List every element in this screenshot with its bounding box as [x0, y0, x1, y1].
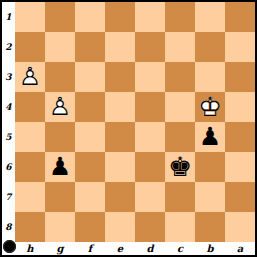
file-labels: h g f e d c b a: [15, 242, 255, 255]
rank-label-7: 7: [2, 182, 15, 212]
square-g2[interactable]: [45, 32, 75, 62]
square-c4[interactable]: [165, 92, 195, 122]
square-e6[interactable]: [105, 152, 135, 182]
square-h7[interactable]: [15, 182, 45, 212]
rank-label-1: 1: [2, 2, 15, 32]
square-c7[interactable]: [165, 182, 195, 212]
square-f4[interactable]: [75, 92, 105, 122]
square-b7[interactable]: [195, 182, 225, 212]
file-label-d: d: [135, 242, 165, 255]
black-king-glyph: ♚: [165, 152, 195, 182]
square-h3[interactable]: ♟♙: [15, 62, 45, 92]
square-b4[interactable]: ♚♔: [195, 92, 225, 122]
square-a4[interactable]: [225, 92, 255, 122]
rank-labels: 1 2 3 4 5 6 7 8: [2, 2, 15, 242]
square-a6[interactable]: [225, 152, 255, 182]
white-king[interactable]: ♚♔: [195, 92, 225, 122]
white-pawn[interactable]: ♟♙: [15, 62, 45, 92]
square-b8[interactable]: [195, 212, 225, 242]
square-h2[interactable]: [15, 32, 45, 62]
file-label-a: a: [225, 242, 255, 255]
square-h8[interactable]: [15, 212, 45, 242]
square-d7[interactable]: [135, 182, 165, 212]
black-pawn-glyph: ♟: [45, 152, 75, 182]
square-g8[interactable]: [45, 212, 75, 242]
square-a7[interactable]: [225, 182, 255, 212]
rank-label-2: 2: [2, 32, 15, 62]
rank-label-4: 4: [2, 92, 15, 122]
rank-label-5: 5: [2, 122, 15, 152]
square-c2[interactable]: [165, 32, 195, 62]
chess-diagram: 1 2 3 4 5 6 7 8 ♟♙♟♙♚♔♟♟♚ h g f e d c b …: [0, 0, 257, 257]
square-e4[interactable]: [105, 92, 135, 122]
black-pawn[interactable]: ♟: [45, 152, 75, 182]
square-e3[interactable]: [105, 62, 135, 92]
square-h4[interactable]: [15, 92, 45, 122]
black-pawn-glyph: ♟: [195, 122, 225, 152]
file-label-c: c: [165, 242, 195, 255]
square-h6[interactable]: [15, 152, 45, 182]
white-king-outline: ♔: [195, 92, 225, 122]
square-e7[interactable]: [105, 182, 135, 212]
square-h1[interactable]: [15, 2, 45, 32]
square-d8[interactable]: [135, 212, 165, 242]
square-c8[interactable]: [165, 212, 195, 242]
board: ♟♙♟♙♚♔♟♟♚: [15, 2, 255, 242]
square-e5[interactable]: [105, 122, 135, 152]
square-f2[interactable]: [75, 32, 105, 62]
square-h5[interactable]: [15, 122, 45, 152]
square-e2[interactable]: [105, 32, 135, 62]
square-g1[interactable]: [45, 2, 75, 32]
square-a1[interactable]: [225, 2, 255, 32]
square-g3[interactable]: [45, 62, 75, 92]
black-king[interactable]: ♚: [165, 152, 195, 182]
square-d5[interactable]: [135, 122, 165, 152]
square-f6[interactable]: [75, 152, 105, 182]
black-pawn[interactable]: ♟: [195, 122, 225, 152]
file-label-e: e: [105, 242, 135, 255]
square-g6[interactable]: ♟: [45, 152, 75, 182]
file-label-g: g: [45, 242, 75, 255]
rank-label-3: 3: [2, 62, 15, 92]
file-label-f: f: [75, 242, 105, 255]
square-f5[interactable]: [75, 122, 105, 152]
square-d4[interactable]: [135, 92, 165, 122]
square-a8[interactable]: [225, 212, 255, 242]
square-g5[interactable]: [45, 122, 75, 152]
square-g4[interactable]: ♟♙: [45, 92, 75, 122]
square-f8[interactable]: [75, 212, 105, 242]
square-d1[interactable]: [135, 2, 165, 32]
square-a3[interactable]: [225, 62, 255, 92]
rank-label-8: 8: [2, 212, 15, 242]
square-f3[interactable]: [75, 62, 105, 92]
square-d6[interactable]: [135, 152, 165, 182]
square-a2[interactable]: [225, 32, 255, 62]
file-label-h: h: [15, 242, 45, 255]
white-pawn[interactable]: ♟♙: [45, 92, 75, 122]
square-b6[interactable]: [195, 152, 225, 182]
square-d2[interactable]: [135, 32, 165, 62]
white-pawn-outline: ♙: [45, 92, 75, 122]
square-c5[interactable]: [165, 122, 195, 152]
square-e1[interactable]: [105, 2, 135, 32]
rank-label-6: 6: [2, 152, 15, 182]
square-b2[interactable]: [195, 32, 225, 62]
white-pawn-outline: ♙: [15, 62, 45, 92]
square-c6[interactable]: ♚: [165, 152, 195, 182]
square-c3[interactable]: [165, 62, 195, 92]
square-a5[interactable]: [225, 122, 255, 152]
square-d3[interactable]: [135, 62, 165, 92]
square-c1[interactable]: [165, 2, 195, 32]
square-b1[interactable]: [195, 2, 225, 32]
square-f1[interactable]: [75, 2, 105, 32]
square-e8[interactable]: [105, 212, 135, 242]
square-f7[interactable]: [75, 182, 105, 212]
file-label-b: b: [195, 242, 225, 255]
square-g7[interactable]: [45, 182, 75, 212]
square-b5[interactable]: ♟: [195, 122, 225, 152]
square-b3[interactable]: [195, 62, 225, 92]
black-to-move-indicator: [3, 240, 16, 253]
